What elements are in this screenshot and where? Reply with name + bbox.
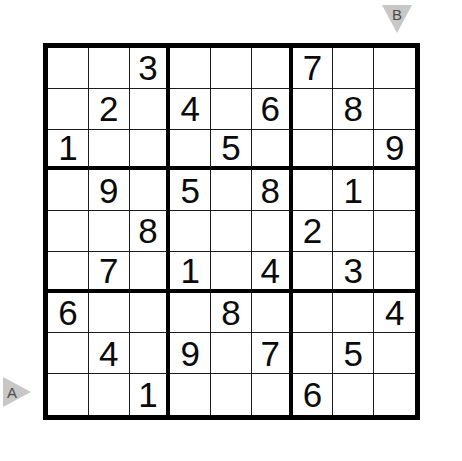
cell-r5c2[interactable]: [89, 211, 130, 252]
cell-r4c2[interactable]: 9: [89, 170, 130, 211]
cell-r3c2[interactable]: [89, 130, 130, 171]
cell-r8c6[interactable]: 7: [252, 333, 293, 374]
cell-r2c1[interactable]: [48, 89, 89, 130]
cell-r5c8[interactable]: [333, 211, 374, 252]
cell-r5c7[interactable]: 2: [293, 211, 334, 252]
cell-r6c2[interactable]: 7: [89, 252, 130, 293]
cell-r2c3[interactable]: [130, 89, 171, 130]
cell-r7c8[interactable]: [333, 293, 374, 334]
cell-r3c4[interactable]: [170, 130, 211, 171]
cell-r9c4[interactable]: [170, 374, 211, 415]
cell-r7c6[interactable]: [252, 293, 293, 334]
cell-r3c9[interactable]: 9: [374, 130, 415, 171]
cell-r9c6[interactable]: [252, 374, 293, 415]
sudoku-board: 3724681599581827143684497516: [43, 43, 420, 420]
cell-r3c3[interactable]: [130, 130, 171, 171]
cell-r4c7[interactable]: [293, 170, 334, 211]
cell-r9c8[interactable]: [333, 374, 374, 415]
cell-r6c5[interactable]: [211, 252, 252, 293]
cell-r4c6[interactable]: 8: [252, 170, 293, 211]
cell-r3c6[interactable]: [252, 130, 293, 171]
marker-b-triangle: B: [382, 5, 412, 33]
cell-r7c4[interactable]: [170, 293, 211, 334]
cell-r1c6[interactable]: [252, 48, 293, 89]
cell-r6c7[interactable]: [293, 252, 334, 293]
cell-r5c6[interactable]: [252, 211, 293, 252]
cell-r1c9[interactable]: [374, 48, 415, 89]
cell-r7c3[interactable]: [130, 293, 171, 334]
cell-r9c9[interactable]: [374, 374, 415, 415]
cell-r1c5[interactable]: [211, 48, 252, 89]
cell-r6c1[interactable]: [48, 252, 89, 293]
cell-r6c3[interactable]: [130, 252, 171, 293]
cell-r4c3[interactable]: [130, 170, 171, 211]
cell-r4c8[interactable]: 1: [333, 170, 374, 211]
cell-r2c2[interactable]: 2: [89, 89, 130, 130]
cell-r4c4[interactable]: 5: [170, 170, 211, 211]
cell-r8c2[interactable]: 4: [89, 333, 130, 374]
cell-r8c9[interactable]: [374, 333, 415, 374]
cell-r9c1[interactable]: [48, 374, 89, 415]
marker-a-triangle: A: [3, 377, 31, 407]
cell-r1c7[interactable]: 7: [293, 48, 334, 89]
cell-r5c5[interactable]: [211, 211, 252, 252]
cell-r7c1[interactable]: 6: [48, 293, 89, 334]
cell-r2c5[interactable]: [211, 89, 252, 130]
cell-r3c8[interactable]: [333, 130, 374, 171]
cell-r3c5[interactable]: 5: [211, 130, 252, 171]
cell-r5c9[interactable]: [374, 211, 415, 252]
cell-r5c4[interactable]: [170, 211, 211, 252]
cell-r4c1[interactable]: [48, 170, 89, 211]
cell-r3c1[interactable]: 1: [48, 130, 89, 171]
cell-r1c2[interactable]: [89, 48, 130, 89]
cell-r5c1[interactable]: [48, 211, 89, 252]
cell-r1c1[interactable]: [48, 48, 89, 89]
cell-r4c9[interactable]: [374, 170, 415, 211]
cell-r7c2[interactable]: [89, 293, 130, 334]
cell-r1c4[interactable]: [170, 48, 211, 89]
cell-r7c9[interactable]: 4: [374, 293, 415, 334]
cell-r6c8[interactable]: 3: [333, 252, 374, 293]
marker-b-label: B: [392, 7, 402, 22]
cell-r2c9[interactable]: [374, 89, 415, 130]
marker-a-label: A: [7, 385, 17, 400]
cell-r6c6[interactable]: 4: [252, 252, 293, 293]
cell-r7c5[interactable]: 8: [211, 293, 252, 334]
cell-r8c8[interactable]: 5: [333, 333, 374, 374]
cell-r2c7[interactable]: [293, 89, 334, 130]
puzzle-canvas: B A 3724681599581827143684497516: [0, 0, 462, 461]
cell-r8c7[interactable]: [293, 333, 334, 374]
cell-r6c4[interactable]: 1: [170, 252, 211, 293]
cell-r9c2[interactable]: [89, 374, 130, 415]
cell-r8c4[interactable]: 9: [170, 333, 211, 374]
cell-r4c5[interactable]: [211, 170, 252, 211]
cell-r7c7[interactable]: [293, 293, 334, 334]
cell-r3c7[interactable]: [293, 130, 334, 171]
cell-r9c3[interactable]: 1: [130, 374, 171, 415]
cell-r9c5[interactable]: [211, 374, 252, 415]
cell-r6c9[interactable]: [374, 252, 415, 293]
cell-r9c7[interactable]: 6: [293, 374, 334, 415]
cell-r2c6[interactable]: 6: [252, 89, 293, 130]
cell-r2c8[interactable]: 8: [333, 89, 374, 130]
cell-r8c3[interactable]: [130, 333, 171, 374]
cell-r8c1[interactable]: [48, 333, 89, 374]
cell-r1c8[interactable]: [333, 48, 374, 89]
cell-r5c3[interactable]: 8: [130, 211, 171, 252]
cell-r8c5[interactable]: [211, 333, 252, 374]
cell-r2c4[interactable]: 4: [170, 89, 211, 130]
cell-r1c3[interactable]: 3: [130, 48, 171, 89]
